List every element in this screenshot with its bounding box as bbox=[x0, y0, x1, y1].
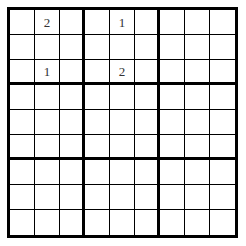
cell-given-r1c2[interactable]: 2 bbox=[35, 10, 60, 35]
cell-empty[interactable] bbox=[85, 10, 110, 35]
cell-empty[interactable] bbox=[10, 35, 35, 60]
cell-empty[interactable] bbox=[210, 135, 235, 160]
cell-empty[interactable] bbox=[185, 60, 210, 85]
cell-empty[interactable] bbox=[160, 135, 185, 160]
cell-empty[interactable] bbox=[210, 185, 235, 210]
cell-empty[interactable] bbox=[10, 160, 35, 185]
cell-empty[interactable] bbox=[35, 210, 60, 235]
cell-empty[interactable] bbox=[110, 185, 135, 210]
cell-empty[interactable] bbox=[60, 210, 85, 235]
cell-empty[interactable] bbox=[185, 135, 210, 160]
cell-given-r1c5[interactable]: 1 bbox=[110, 10, 135, 35]
cell-empty[interactable] bbox=[60, 35, 85, 60]
cell-empty[interactable] bbox=[185, 185, 210, 210]
cell-empty[interactable] bbox=[135, 160, 160, 185]
cell-empty[interactable] bbox=[85, 135, 110, 160]
cell-empty[interactable] bbox=[110, 85, 135, 110]
cell-empty[interactable] bbox=[10, 60, 35, 85]
cell-given-r3c5[interactable]: 2 bbox=[110, 60, 135, 85]
cell-empty[interactable] bbox=[135, 60, 160, 85]
cell-empty[interactable] bbox=[160, 185, 185, 210]
cell-empty[interactable] bbox=[35, 35, 60, 60]
cell-empty[interactable] bbox=[85, 160, 110, 185]
cell-empty[interactable] bbox=[185, 10, 210, 35]
cell-empty[interactable] bbox=[60, 185, 85, 210]
cell-empty[interactable] bbox=[160, 85, 185, 110]
cell-empty[interactable] bbox=[85, 110, 110, 135]
cell-empty[interactable] bbox=[110, 210, 135, 235]
cell-given-r3c2[interactable]: 1 bbox=[35, 60, 60, 85]
cell-empty[interactable] bbox=[185, 85, 210, 110]
sudoku-board: 2112 bbox=[7, 7, 238, 238]
cell-empty[interactable] bbox=[135, 185, 160, 210]
cell-empty[interactable] bbox=[10, 85, 35, 110]
cell-empty[interactable] bbox=[135, 110, 160, 135]
cell-empty[interactable] bbox=[185, 110, 210, 135]
cell-empty[interactable] bbox=[10, 10, 35, 35]
cell-empty[interactable] bbox=[210, 35, 235, 60]
cell-empty[interactable] bbox=[85, 60, 110, 85]
cell-empty[interactable] bbox=[210, 60, 235, 85]
cell-empty[interactable] bbox=[160, 35, 185, 60]
cell-empty[interactable] bbox=[160, 210, 185, 235]
cell-empty[interactable] bbox=[135, 210, 160, 235]
cell-empty[interactable] bbox=[185, 210, 210, 235]
sudoku-page: 2112 bbox=[0, 0, 246, 246]
cell-empty[interactable] bbox=[35, 185, 60, 210]
cell-empty[interactable] bbox=[10, 185, 35, 210]
cell-empty[interactable] bbox=[160, 10, 185, 35]
cell-empty[interactable] bbox=[160, 160, 185, 185]
cell-empty[interactable] bbox=[110, 35, 135, 60]
cell-empty[interactable] bbox=[60, 10, 85, 35]
cell-empty[interactable] bbox=[110, 135, 135, 160]
cell-empty[interactable] bbox=[210, 210, 235, 235]
cell-empty[interactable] bbox=[210, 85, 235, 110]
cell-empty[interactable] bbox=[185, 35, 210, 60]
cell-empty[interactable] bbox=[160, 60, 185, 85]
cell-empty[interactable] bbox=[85, 210, 110, 235]
cell-empty[interactable] bbox=[60, 85, 85, 110]
cell-empty[interactable] bbox=[10, 210, 35, 235]
cell-empty[interactable] bbox=[135, 35, 160, 60]
cell-empty[interactable] bbox=[110, 160, 135, 185]
cell-empty[interactable] bbox=[185, 160, 210, 185]
cell-empty[interactable] bbox=[35, 160, 60, 185]
cell-empty[interactable] bbox=[160, 110, 185, 135]
cell-empty[interactable] bbox=[210, 160, 235, 185]
cell-empty[interactable] bbox=[60, 110, 85, 135]
cell-empty[interactable] bbox=[35, 135, 60, 160]
cell-empty[interactable] bbox=[85, 35, 110, 60]
cell-empty[interactable] bbox=[10, 135, 35, 160]
cell-empty[interactable] bbox=[135, 10, 160, 35]
cell-empty[interactable] bbox=[60, 135, 85, 160]
cell-empty[interactable] bbox=[60, 160, 85, 185]
cell-empty[interactable] bbox=[135, 85, 160, 110]
cell-empty[interactable] bbox=[85, 85, 110, 110]
cell-empty[interactable] bbox=[135, 135, 160, 160]
cell-empty[interactable] bbox=[210, 110, 235, 135]
cell-empty[interactable] bbox=[85, 185, 110, 210]
cell-empty[interactable] bbox=[60, 60, 85, 85]
cell-empty[interactable] bbox=[35, 110, 60, 135]
cell-empty[interactable] bbox=[35, 85, 60, 110]
cell-empty[interactable] bbox=[10, 110, 35, 135]
cell-empty[interactable] bbox=[210, 10, 235, 35]
cell-empty[interactable] bbox=[110, 110, 135, 135]
